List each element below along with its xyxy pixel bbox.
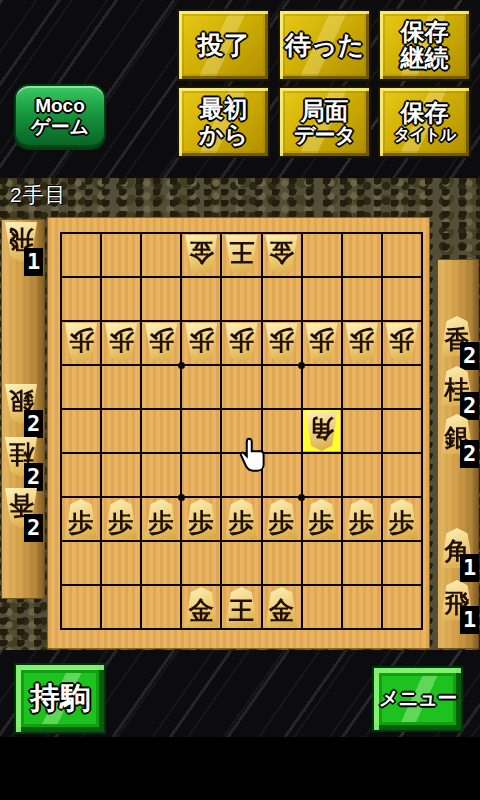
piece-kanji: 歩 [109,510,134,535]
shogi-board[interactable]: 金王金歩歩歩歩歩歩歩歩歩角歩歩歩歩歩歩歩歩歩金王金 [48,218,429,648]
piece-kanji: 歩 [349,510,374,535]
piece-kanji: 金 [189,240,214,265]
resign-button[interactable]: 投了 [179,11,268,79]
board-grid-line [140,232,142,630]
piece-kanji: 歩 [69,510,94,535]
hand-piece-count: 1 [460,554,479,582]
board-piece[interactable]: 歩 [265,499,299,539]
board-piece[interactable]: 歩 [64,499,98,539]
piece-kanji: 歩 [189,510,214,535]
board-piece[interactable]: 歩 [64,323,98,363]
board-grid-line [60,584,423,586]
piece-kanji: 歩 [349,328,374,353]
board-grid-line [341,232,343,630]
board-grid-line [180,232,182,630]
board-piece[interactable]: 歩 [104,323,138,363]
board-piece[interactable]: 金 [184,587,218,627]
board-piece[interactable]: 歩 [144,323,178,363]
board-grid-line [301,232,303,630]
piece-kanji: 歩 [229,328,254,353]
board-piece[interactable]: 歩 [224,323,258,363]
star-point [178,494,185,501]
from-start-button[interactable]: 最初 から [179,88,268,156]
board-piece[interactable]: 歩 [144,499,178,539]
board-piece[interactable]: 歩 [184,499,218,539]
board-piece[interactable]: 王 [224,587,258,627]
board-grid-line [220,232,222,630]
piece-kanji: 歩 [149,510,174,535]
board-piece[interactable]: 歩 [104,499,138,539]
board-piece[interactable]: 歩 [385,323,419,363]
save-continue-button[interactable]: 保存 継続 [380,11,469,79]
piece-kanji: 歩 [269,510,294,535]
piece-kanji: 歩 [389,510,414,535]
brand-line1: Moco [35,96,85,117]
piece-kanji: 歩 [309,328,334,353]
piece-kanji: 王 [229,598,254,623]
piece-kanji: 金 [269,598,294,623]
board-piece[interactable]: 金 [265,235,299,275]
star-point [298,494,305,501]
piece-kanji: 歩 [229,510,254,535]
piece-kanji: 金 [269,240,294,265]
board-grid-line [60,452,423,454]
board-grid-line [100,232,102,630]
board-grid-line [60,320,423,322]
piece-kanji: 歩 [109,328,134,353]
brand-line2: ゲーム [31,117,89,138]
board-piece[interactable]: 王 [224,235,258,275]
board-piece[interactable]: 金 [265,587,299,627]
piece-kanji: 歩 [69,328,94,353]
board-piece[interactable]: 金 [184,235,218,275]
piece-kanji: 金 [189,598,214,623]
save-title-button[interactable]: 保存 タイトル [380,88,469,156]
board-piece[interactable]: 歩 [305,323,339,363]
board-piece[interactable]: 歩 [305,499,339,539]
sente-hand-tray[interactable]: 香2桂2銀2角1飛1 [438,260,478,648]
hand-piece-count: 2 [460,392,479,420]
piece-kanji: 歩 [389,328,414,353]
board-grid-line [381,232,383,630]
star-point [178,362,185,369]
board-grid-line [60,496,423,498]
gote-hand-tray[interactable]: 飛1銀2桂2香2 [2,220,44,598]
board-piece[interactable]: 歩 [184,323,218,363]
hand-piece-count: 2 [24,410,43,438]
star-point [298,362,305,369]
move-counter: 2手目 [10,181,67,209]
piece-kanji: 歩 [149,328,174,353]
undo-button[interactable]: 待った [280,11,369,79]
board-grid-line [60,540,423,542]
board-grid-line [261,232,263,630]
hand-piece-count: 2 [24,463,43,491]
board-piece[interactable]: 歩 [224,499,258,539]
board-grid-line [60,628,423,630]
hand-piece-count: 2 [460,342,479,370]
piece-kanji: 歩 [189,328,214,353]
moco-game-button[interactable]: Moco ゲーム [16,86,104,148]
position-data-button[interactable]: 局面 データ [280,88,369,156]
piece-kanji: 歩 [309,510,334,535]
piece-kanji: 歩 [269,328,294,353]
hand-pieces-button[interactable]: 持駒 [16,665,104,732]
board-grid-line [60,364,423,366]
board-piece[interactable]: 歩 [345,499,379,539]
board-grid-line [60,408,423,410]
piece-kanji: 王 [229,240,254,265]
board-grid-line [60,232,62,630]
piece-kanji: 角 [309,416,334,441]
board-piece[interactable]: 歩 [385,499,419,539]
menu-button[interactable]: メニュー [374,668,461,730]
hand-piece-count: 2 [460,440,479,468]
board-piece[interactable]: 歩 [345,323,379,363]
hand-piece-count: 2 [24,514,43,542]
board-grid-line [421,232,423,630]
hand-piece-count: 1 [24,248,43,276]
board-grid-line [60,232,423,234]
board-grid-line [60,276,423,278]
hand-piece-count: 1 [460,606,479,634]
board-piece[interactable]: 歩 [265,323,299,363]
